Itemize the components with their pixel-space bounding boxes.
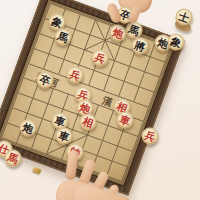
- board-clasp: [32, 167, 41, 174]
- photo-scene: 楚河 漢界 象馬卒馬將炮卒車車炮炮兵兵兵炮相相車兵帥士象仕馬: [0, 0, 200, 200]
